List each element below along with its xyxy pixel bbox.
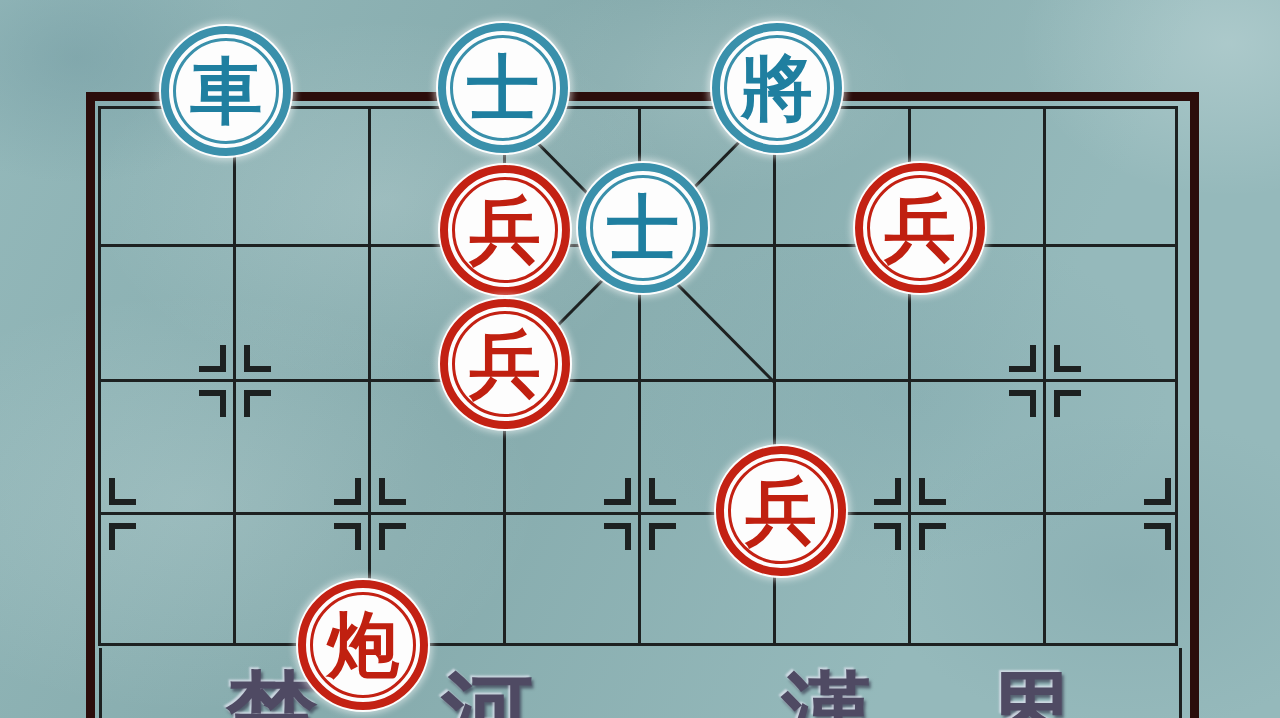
position-marker-bracket bbox=[199, 390, 226, 417]
river-character: 漢 bbox=[781, 668, 873, 718]
river-character: 河 bbox=[441, 668, 533, 718]
position-marker-bracket bbox=[874, 523, 901, 550]
position-marker-bracket bbox=[1144, 478, 1171, 505]
piece-glyph: 兵 bbox=[469, 328, 541, 400]
piece-red-soldier-2[interactable]: 兵 bbox=[855, 163, 985, 293]
piece-black-chariot[interactable]: 車 bbox=[161, 26, 291, 156]
position-marker-bracket bbox=[334, 523, 361, 550]
piece-glyph: 兵 bbox=[884, 192, 956, 264]
river-edge-line-right bbox=[1179, 648, 1182, 718]
position-marker-bracket bbox=[1009, 345, 1036, 372]
piece-glyph: 車 bbox=[190, 55, 262, 127]
position-marker-bracket bbox=[109, 523, 136, 550]
position-marker-bracket bbox=[379, 523, 406, 550]
position-marker-bracket bbox=[199, 345, 226, 372]
position-marker-bracket bbox=[874, 478, 901, 505]
board-cell bbox=[1043, 106, 1178, 244]
position-marker-bracket bbox=[334, 478, 361, 505]
position-marker-bracket bbox=[604, 478, 631, 505]
piece-red-cannon[interactable]: 炮 bbox=[298, 580, 428, 710]
position-marker-bracket bbox=[604, 523, 631, 550]
position-marker-bracket bbox=[109, 478, 136, 505]
river-character: 界 bbox=[986, 668, 1078, 718]
piece-glyph: 士 bbox=[467, 52, 539, 124]
piece-red-soldier-1[interactable]: 兵 bbox=[440, 165, 570, 295]
position-marker-bracket bbox=[919, 478, 946, 505]
position-marker-bracket bbox=[919, 523, 946, 550]
piece-red-soldier-4[interactable]: 兵 bbox=[716, 446, 846, 576]
position-marker-bracket bbox=[1054, 390, 1081, 417]
position-marker-bracket bbox=[1054, 345, 1081, 372]
piece-glyph: 兵 bbox=[469, 194, 541, 266]
piece-red-soldier-3[interactable]: 兵 bbox=[440, 299, 570, 429]
river-character: 楚 bbox=[226, 668, 318, 718]
position-marker-bracket bbox=[649, 478, 676, 505]
piece-glyph: 炮 bbox=[327, 609, 399, 681]
position-marker-bracket bbox=[649, 523, 676, 550]
position-marker-bracket bbox=[244, 390, 271, 417]
position-marker-bracket bbox=[379, 478, 406, 505]
piece-glyph: 士 bbox=[607, 192, 679, 264]
piece-glyph: 兵 bbox=[745, 475, 817, 547]
piece-black-general[interactable]: 將 bbox=[712, 23, 842, 153]
position-marker-bracket bbox=[244, 345, 271, 372]
piece-black-advisor-1[interactable]: 士 bbox=[438, 23, 568, 153]
xiangqi-board[interactable]: 楚河漢界 車士將兵士兵兵兵炮 bbox=[0, 0, 1280, 718]
piece-glyph: 將 bbox=[741, 52, 813, 124]
piece-black-advisor-2[interactable]: 士 bbox=[578, 163, 708, 293]
river-edge-line-left bbox=[99, 648, 102, 718]
position-marker-bracket bbox=[1144, 523, 1171, 550]
position-marker-bracket bbox=[1009, 390, 1036, 417]
